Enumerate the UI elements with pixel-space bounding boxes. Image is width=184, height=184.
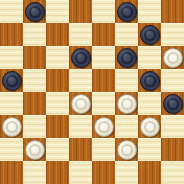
board-square[interactable] xyxy=(46,46,69,69)
checkers-board xyxy=(0,0,184,184)
board-square[interactable] xyxy=(138,138,161,161)
board-square[interactable] xyxy=(138,69,161,92)
board-square[interactable] xyxy=(0,92,23,115)
board-square[interactable] xyxy=(138,0,161,23)
board-square[interactable] xyxy=(23,23,46,46)
board-square[interactable] xyxy=(161,69,184,92)
board-square[interactable] xyxy=(115,138,138,161)
board-square[interactable] xyxy=(69,23,92,46)
board-square[interactable] xyxy=(69,46,92,69)
board-square[interactable] xyxy=(0,161,23,184)
board-square[interactable] xyxy=(0,0,23,23)
board-square[interactable] xyxy=(46,0,69,23)
board-square[interactable] xyxy=(138,161,161,184)
board-square[interactable] xyxy=(23,69,46,92)
board-square[interactable] xyxy=(161,138,184,161)
board-square[interactable] xyxy=(92,92,115,115)
board-square[interactable] xyxy=(69,138,92,161)
board-square[interactable] xyxy=(161,161,184,184)
board-square[interactable] xyxy=(46,138,69,161)
board-square[interactable] xyxy=(69,161,92,184)
board-square[interactable] xyxy=(0,46,23,69)
board-square[interactable] xyxy=(115,161,138,184)
board-square[interactable] xyxy=(161,0,184,23)
board-square[interactable] xyxy=(92,161,115,184)
black-checker-piece[interactable] xyxy=(117,2,137,22)
white-checker-piece[interactable] xyxy=(163,48,183,68)
board-square[interactable] xyxy=(161,46,184,69)
board-square[interactable] xyxy=(92,69,115,92)
board-square[interactable] xyxy=(23,161,46,184)
white-checker-piece[interactable] xyxy=(117,94,137,114)
black-checker-piece[interactable] xyxy=(2,71,22,91)
black-checker-piece[interactable] xyxy=(25,2,45,22)
white-checker-piece[interactable] xyxy=(117,140,137,160)
board-square[interactable] xyxy=(92,23,115,46)
board-square[interactable] xyxy=(92,115,115,138)
board-square[interactable] xyxy=(69,69,92,92)
white-checker-piece[interactable] xyxy=(2,117,22,137)
board-square[interactable] xyxy=(46,69,69,92)
board-square[interactable] xyxy=(115,46,138,69)
board-square[interactable] xyxy=(23,92,46,115)
board-square[interactable] xyxy=(23,46,46,69)
board-square[interactable] xyxy=(161,23,184,46)
board-square[interactable] xyxy=(46,161,69,184)
board-square[interactable] xyxy=(115,92,138,115)
board-square[interactable] xyxy=(92,0,115,23)
board-square[interactable] xyxy=(138,92,161,115)
white-checker-piece[interactable] xyxy=(140,117,160,137)
black-checker-piece[interactable] xyxy=(71,48,91,68)
board-square[interactable] xyxy=(46,23,69,46)
board-square[interactable] xyxy=(138,115,161,138)
board-square[interactable] xyxy=(0,115,23,138)
board-square[interactable] xyxy=(23,138,46,161)
board-square[interactable] xyxy=(46,115,69,138)
board-square[interactable] xyxy=(92,46,115,69)
board-square[interactable] xyxy=(69,0,92,23)
board-square[interactable] xyxy=(46,92,69,115)
board-square[interactable] xyxy=(69,115,92,138)
board-square[interactable] xyxy=(115,115,138,138)
board-square[interactable] xyxy=(115,0,138,23)
board-square[interactable] xyxy=(69,92,92,115)
white-checker-piece[interactable] xyxy=(71,94,91,114)
board-square[interactable] xyxy=(0,138,23,161)
board-square[interactable] xyxy=(0,23,23,46)
black-checker-piece[interactable] xyxy=(140,25,160,45)
board-square[interactable] xyxy=(115,69,138,92)
white-checker-piece[interactable] xyxy=(94,117,114,137)
board-square[interactable] xyxy=(23,0,46,23)
white-checker-piece[interactable] xyxy=(25,140,45,160)
black-checker-piece[interactable] xyxy=(117,48,137,68)
board-square[interactable] xyxy=(115,23,138,46)
board-square[interactable] xyxy=(138,46,161,69)
board-square[interactable] xyxy=(138,23,161,46)
black-checker-piece[interactable] xyxy=(140,71,160,91)
board-square[interactable] xyxy=(161,92,184,115)
board-square[interactable] xyxy=(92,138,115,161)
board-square[interactable] xyxy=(23,115,46,138)
board-square[interactable] xyxy=(161,115,184,138)
black-checker-piece[interactable] xyxy=(163,94,183,114)
board-square[interactable] xyxy=(0,69,23,92)
